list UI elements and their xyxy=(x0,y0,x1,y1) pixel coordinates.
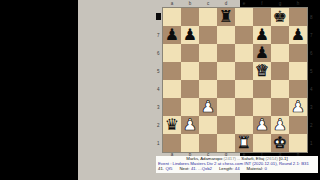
square-h6 xyxy=(289,44,307,62)
square-a7: ♟ xyxy=(163,26,181,44)
rank-label-right-4: 4 xyxy=(310,80,316,98)
rank-label-right-8: 8 xyxy=(310,8,316,26)
square-f7: ♟ xyxy=(253,26,271,44)
length-label: Length: xyxy=(219,166,233,171)
square-f3 xyxy=(253,98,271,116)
square-d4 xyxy=(217,80,235,98)
white-king-g1: ♚ xyxy=(271,134,289,152)
square-e5 xyxy=(235,62,253,80)
white-pawn-c3: ♟ xyxy=(199,98,217,116)
square-e4 xyxy=(235,80,253,98)
white-pawn-g2: ♟ xyxy=(271,116,289,134)
black-to-move-indicator xyxy=(156,13,161,20)
square-c1 xyxy=(199,134,217,152)
file-label-top-b: b xyxy=(181,1,199,6)
rank-label-left-5: 5 xyxy=(157,62,162,80)
square-h3: ♟ xyxy=(289,98,307,116)
square-d8: ♜ xyxy=(217,8,235,26)
square-f2: ♟ xyxy=(253,116,271,134)
square-g8: ♚ xyxy=(271,8,289,26)
square-g7 xyxy=(271,26,289,44)
material-label: Material: xyxy=(247,166,263,171)
black-pawn-a7: ♟ xyxy=(163,26,181,44)
square-c8 xyxy=(199,8,217,26)
material-balance: Material:0 xyxy=(247,167,267,172)
square-d3 xyxy=(217,98,235,116)
square-h1 xyxy=(289,134,307,152)
square-c2 xyxy=(199,116,217,134)
status-line: 41.Qf5 Next:41. ...Qxb2 Length:44 Materi… xyxy=(158,167,267,172)
square-h5 xyxy=(289,62,307,80)
game-length: Length:44 xyxy=(219,167,240,172)
rank-label-right-6: 6 xyxy=(310,44,316,62)
square-e3 xyxy=(235,98,253,116)
square-a1 xyxy=(163,134,181,152)
square-g4 xyxy=(271,80,289,98)
square-b5 xyxy=(181,62,199,80)
rank-labels-right: 87654321 xyxy=(310,8,316,152)
square-h8 xyxy=(289,8,307,26)
black-rook-d8: ♜ xyxy=(217,8,235,26)
next-label: Next: xyxy=(179,166,189,171)
square-c3: ♟ xyxy=(199,98,217,116)
square-h2 xyxy=(289,116,307,134)
square-a3 xyxy=(163,98,181,116)
rank-label-left-6: 6 xyxy=(157,44,162,62)
square-f4 xyxy=(253,80,271,98)
rank-label-right-3: 3 xyxy=(310,98,316,116)
black-pawn-h7: ♟ xyxy=(289,26,307,44)
black-pawn-f7: ♟ xyxy=(253,26,271,44)
white-queen-f5: ♛ xyxy=(253,62,271,80)
square-a6 xyxy=(163,44,181,62)
current-move: 41.Qf5 xyxy=(158,167,172,172)
chess-board: ♜♚♟♟♟♟♟♛♟♟♛♟♟♟♜♚ xyxy=(163,8,307,152)
move-number-label: 41. xyxy=(158,166,164,171)
video-frame: abcdefgh abcdefgh 87654321 87654321 ♜♚♟♟… xyxy=(0,0,320,180)
square-e2 xyxy=(235,116,253,134)
square-g3 xyxy=(271,98,289,116)
file-label-top-g: g xyxy=(271,1,289,6)
black-king-g8: ♚ xyxy=(271,8,289,26)
file-label-top-d: d xyxy=(217,1,235,6)
caption-area: Marks, Adamaropo (2417) -- Safarli, Elta… xyxy=(156,156,318,173)
rank-label-right-2: 2 xyxy=(310,116,316,134)
square-c7 xyxy=(199,26,217,44)
square-b2: ♟ xyxy=(181,116,199,134)
square-g1: ♚ xyxy=(271,134,289,152)
square-a5 xyxy=(163,62,181,80)
square-b6 xyxy=(181,44,199,62)
square-g6 xyxy=(271,44,289,62)
square-a2: ♛ xyxy=(163,116,181,134)
length-value: 44 xyxy=(235,166,240,171)
file-labels-top: abcdefgh xyxy=(163,1,307,6)
square-d5 xyxy=(217,62,235,80)
square-e1: ♜ xyxy=(235,134,253,152)
file-label-top-c: c xyxy=(199,1,217,6)
square-g2: ♟ xyxy=(271,116,289,134)
square-h7: ♟ xyxy=(289,26,307,44)
rank-label-left-7: 7 xyxy=(157,26,162,44)
rank-label-left-1: 1 xyxy=(157,134,162,152)
next-move: Next:41. ...Qxb2 xyxy=(179,167,212,172)
diagram-panel: abcdefgh abcdefgh 87654321 87654321 ♜♚♟♟… xyxy=(78,0,240,180)
rank-label-left-2: 2 xyxy=(157,116,162,134)
square-d1 xyxy=(217,134,235,152)
square-d6 xyxy=(217,44,235,62)
square-f1 xyxy=(253,134,271,152)
file-label-top-h: h xyxy=(289,1,307,6)
square-b7: ♟ xyxy=(181,26,199,44)
square-e8 xyxy=(235,8,253,26)
rank-label-right-5: 5 xyxy=(310,62,316,80)
square-h4 xyxy=(289,80,307,98)
file-label-top-a: a xyxy=(163,1,181,6)
square-b4 xyxy=(181,80,199,98)
square-f5: ♛ xyxy=(253,62,271,80)
file-label-top-f: f xyxy=(253,1,271,6)
square-b3 xyxy=(181,98,199,116)
square-c6 xyxy=(199,44,217,62)
file-label-top-e: e xyxy=(235,1,253,6)
square-g5 xyxy=(271,62,289,80)
next-value: 41. ...Qxb2 xyxy=(191,166,212,171)
square-a4 xyxy=(163,80,181,98)
rank-label-left-3: 3 xyxy=(157,98,162,116)
black-pawn-f6: ♟ xyxy=(253,44,271,62)
square-f6: ♟ xyxy=(253,44,271,62)
black-pawn-b7: ♟ xyxy=(181,26,199,44)
rank-label-left-4: 4 xyxy=(157,80,162,98)
material-value: 0 xyxy=(265,166,267,171)
rank-label-right-7: 7 xyxy=(310,26,316,44)
square-a8 xyxy=(163,8,181,26)
square-b8 xyxy=(181,8,199,26)
square-d7 xyxy=(217,26,235,44)
square-c4 xyxy=(199,80,217,98)
white-rook-e1: ♜ xyxy=(235,134,253,152)
square-b1 xyxy=(181,134,199,152)
white-pawn-h3: ♟ xyxy=(289,98,307,116)
square-e6 xyxy=(235,44,253,62)
rank-label-right-1: 1 xyxy=(310,134,316,152)
white-pawn-b2: ♟ xyxy=(181,116,199,134)
white-pawn-f2: ♟ xyxy=(253,116,271,134)
square-d2 xyxy=(217,116,235,134)
square-f8 xyxy=(253,8,271,26)
square-e7 xyxy=(235,26,253,44)
black-queen-a2: ♛ xyxy=(163,116,181,134)
rank-labels-left: 87654321 xyxy=(157,8,162,152)
square-c5 xyxy=(199,62,217,80)
move-value: Qf5 xyxy=(165,166,172,171)
